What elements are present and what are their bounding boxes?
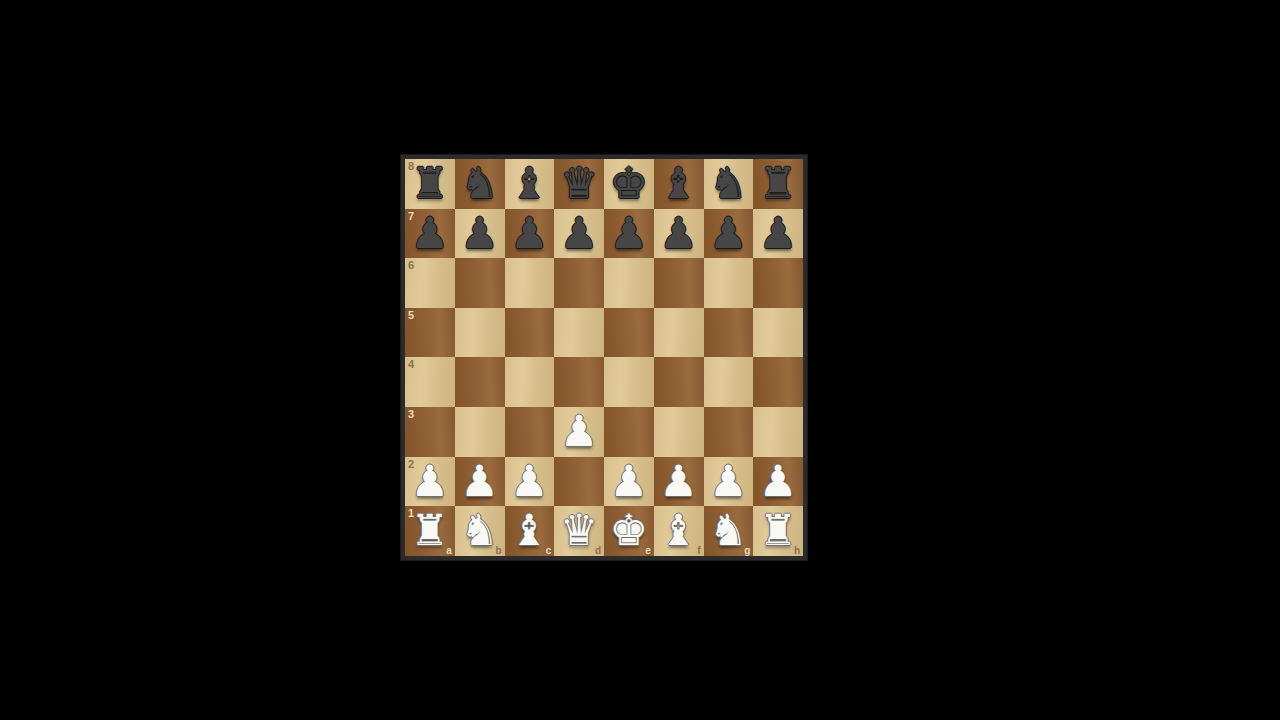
piece-white-pawn-c2[interactable]: ♟ <box>505 457 555 507</box>
square-h2[interactable]: ♟ <box>753 457 803 507</box>
piece-black-knight-g8[interactable]: ♞ <box>704 159 754 209</box>
square-e4[interactable] <box>604 357 654 407</box>
square-g7[interactable]: ♟ <box>704 209 754 259</box>
square-d4[interactable] <box>554 357 604 407</box>
square-h4[interactable] <box>753 357 803 407</box>
square-b6[interactable] <box>455 258 505 308</box>
square-a2[interactable]: 2♟ <box>405 457 455 507</box>
square-f5[interactable] <box>654 308 704 358</box>
square-d8[interactable]: ♛ <box>554 159 604 209</box>
square-e2[interactable]: ♟ <box>604 457 654 507</box>
piece-white-pawn-e2[interactable]: ♟ <box>604 457 654 507</box>
piece-black-pawn-f7[interactable]: ♟ <box>654 209 704 259</box>
square-e8[interactable]: ♚ <box>604 159 654 209</box>
square-c6[interactable] <box>505 258 555 308</box>
square-a6[interactable]: 6 <box>405 258 455 308</box>
square-c3[interactable] <box>505 407 555 457</box>
piece-white-knight-g1[interactable]: ♞ <box>704 506 754 556</box>
square-b2[interactable]: ♟ <box>455 457 505 507</box>
square-b5[interactable] <box>455 308 505 358</box>
piece-white-pawn-a2[interactable]: ♟ <box>405 457 455 507</box>
piece-black-pawn-h7[interactable]: ♟ <box>753 209 803 259</box>
square-b7[interactable]: ♟ <box>455 209 505 259</box>
square-b3[interactable] <box>455 407 505 457</box>
square-b4[interactable] <box>455 357 505 407</box>
square-d6[interactable] <box>554 258 604 308</box>
square-f8[interactable]: ♝ <box>654 159 704 209</box>
square-h1[interactable]: h♜ <box>753 506 803 556</box>
square-f1[interactable]: f♝ <box>654 506 704 556</box>
chess-board: 8♜♞♝♛♚♝♞♜7♟♟♟♟♟♟♟♟6543♟2♟♟♟♟♟♟♟1a♜b♞c♝d♛… <box>405 159 803 556</box>
square-a8[interactable]: 8♜ <box>405 159 455 209</box>
square-d2[interactable] <box>554 457 604 507</box>
rank-label-4: 4 <box>408 358 414 370</box>
square-a4[interactable]: 4 <box>405 357 455 407</box>
square-c8[interactable]: ♝ <box>505 159 555 209</box>
square-d1[interactable]: d♛ <box>554 506 604 556</box>
square-h7[interactable]: ♟ <box>753 209 803 259</box>
piece-white-rook-h1[interactable]: ♜ <box>753 506 803 556</box>
piece-black-queen-d8[interactable]: ♛ <box>554 159 604 209</box>
square-g2[interactable]: ♟ <box>704 457 754 507</box>
piece-white-queen-d1[interactable]: ♛ <box>554 506 604 556</box>
piece-white-bishop-c1[interactable]: ♝ <box>505 506 555 556</box>
piece-black-pawn-b7[interactable]: ♟ <box>455 209 505 259</box>
square-f6[interactable] <box>654 258 704 308</box>
piece-black-king-e8[interactable]: ♚ <box>604 159 654 209</box>
square-b1[interactable]: b♞ <box>455 506 505 556</box>
square-c7[interactable]: ♟ <box>505 209 555 259</box>
square-g8[interactable]: ♞ <box>704 159 754 209</box>
square-f7[interactable]: ♟ <box>654 209 704 259</box>
piece-black-pawn-g7[interactable]: ♟ <box>704 209 754 259</box>
square-g6[interactable] <box>704 258 754 308</box>
square-h3[interactable] <box>753 407 803 457</box>
piece-white-pawn-h2[interactable]: ♟ <box>753 457 803 507</box>
piece-white-knight-b1[interactable]: ♞ <box>455 506 505 556</box>
piece-white-king-e1[interactable]: ♚ <box>604 506 654 556</box>
square-g5[interactable] <box>704 308 754 358</box>
piece-black-bishop-f8[interactable]: ♝ <box>654 159 704 209</box>
piece-white-rook-a1[interactable]: ♜ <box>405 506 455 556</box>
square-a7[interactable]: 7♟ <box>405 209 455 259</box>
square-g1[interactable]: g♞ <box>704 506 754 556</box>
square-h5[interactable] <box>753 308 803 358</box>
square-g3[interactable] <box>704 407 754 457</box>
square-g4[interactable] <box>704 357 754 407</box>
rank-label-6: 6 <box>408 259 414 271</box>
board-frame: 8♜♞♝♛♚♝♞♜7♟♟♟♟♟♟♟♟6543♟2♟♟♟♟♟♟♟1a♜b♞c♝d♛… <box>401 155 807 560</box>
rank-label-3: 3 <box>408 408 414 420</box>
piece-black-bishop-c8[interactable]: ♝ <box>505 159 555 209</box>
piece-black-pawn-d7[interactable]: ♟ <box>554 209 604 259</box>
square-e1[interactable]: e♚ <box>604 506 654 556</box>
square-d5[interactable] <box>554 308 604 358</box>
square-e5[interactable] <box>604 308 654 358</box>
rank-label-5: 5 <box>408 309 414 321</box>
square-b8[interactable]: ♞ <box>455 159 505 209</box>
square-e7[interactable]: ♟ <box>604 209 654 259</box>
square-a3[interactable]: 3 <box>405 407 455 457</box>
piece-white-pawn-f2[interactable]: ♟ <box>654 457 704 507</box>
square-d7[interactable]: ♟ <box>554 209 604 259</box>
piece-black-rook-h8[interactable]: ♜ <box>753 159 803 209</box>
square-f4[interactable] <box>654 357 704 407</box>
piece-black-knight-b8[interactable]: ♞ <box>455 159 505 209</box>
piece-white-pawn-b2[interactable]: ♟ <box>455 457 505 507</box>
square-d3[interactable]: ♟ <box>554 407 604 457</box>
square-c2[interactable]: ♟ <box>505 457 555 507</box>
square-e3[interactable] <box>604 407 654 457</box>
square-c5[interactable] <box>505 308 555 358</box>
piece-white-pawn-g2[interactable]: ♟ <box>704 457 754 507</box>
piece-black-pawn-e7[interactable]: ♟ <box>604 209 654 259</box>
square-f2[interactable]: ♟ <box>654 457 704 507</box>
piece-black-pawn-c7[interactable]: ♟ <box>505 209 555 259</box>
square-a5[interactable]: 5 <box>405 308 455 358</box>
piece-white-pawn-d3[interactable]: ♟ <box>554 407 604 457</box>
square-f3[interactable] <box>654 407 704 457</box>
piece-black-rook-a8[interactable]: ♜ <box>405 159 455 209</box>
square-h6[interactable] <box>753 258 803 308</box>
square-a1[interactable]: 1a♜ <box>405 506 455 556</box>
square-h8[interactable]: ♜ <box>753 159 803 209</box>
piece-white-bishop-f1[interactable]: ♝ <box>654 506 704 556</box>
piece-black-pawn-a7[interactable]: ♟ <box>405 209 455 259</box>
square-c4[interactable] <box>505 357 555 407</box>
app-background: 8♜♞♝♛♚♝♞♜7♟♟♟♟♟♟♟♟6543♟2♟♟♟♟♟♟♟1a♜b♞c♝d♛… <box>0 0 1280 720</box>
square-e6[interactable] <box>604 258 654 308</box>
square-c1[interactable]: c♝ <box>505 506 555 556</box>
